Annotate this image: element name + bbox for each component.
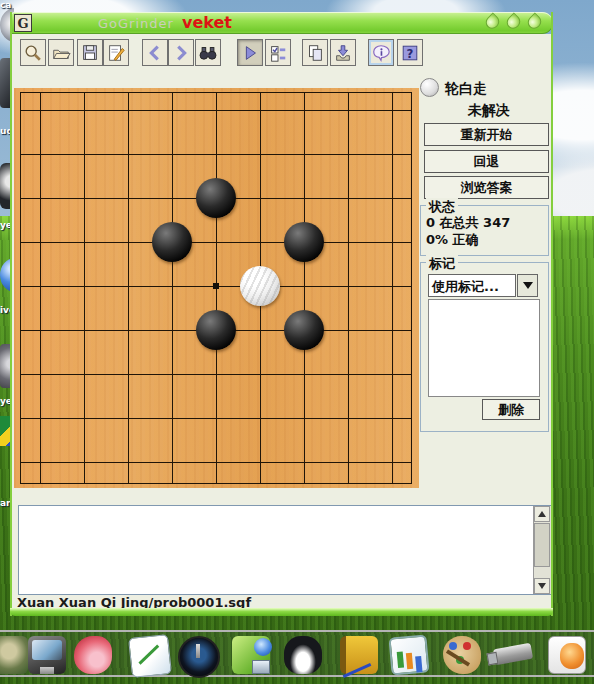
dock-imac-icon[interactable] — [28, 636, 66, 674]
dock-power-icon[interactable] — [178, 636, 220, 678]
gogrinder-window: G GoGrinder veket ? 轮白走 未解决 重新开始 回退 浏览答案… — [10, 12, 553, 616]
desktop-icon-label: ar — [0, 498, 11, 508]
window-bottom-edge — [10, 608, 553, 616]
dock-notepad-icon[interactable] — [128, 634, 172, 678]
window-border — [10, 12, 553, 616]
dock — [0, 630, 594, 677]
dock-greenbox-icon[interactable] — [232, 636, 270, 674]
desktop: caudioyeiveyear G GoGrinder veket ? 轮白走 … — [0, 0, 594, 684]
desktop-icon-label: ca — [0, 0, 11, 10]
dock-chart-icon[interactable] — [388, 634, 429, 675]
dock-palette-icon[interactable] — [443, 636, 481, 674]
dock-plant-icon[interactable] — [0, 636, 28, 674]
dock-goldbook-icon[interactable] — [340, 636, 378, 674]
dock-squirrel-icon[interactable] — [74, 636, 112, 674]
dock-penguin-icon[interactable] — [284, 636, 322, 674]
dock-veket-icon[interactable] — [548, 636, 586, 674]
dock-usb-icon[interactable] — [493, 643, 533, 665]
